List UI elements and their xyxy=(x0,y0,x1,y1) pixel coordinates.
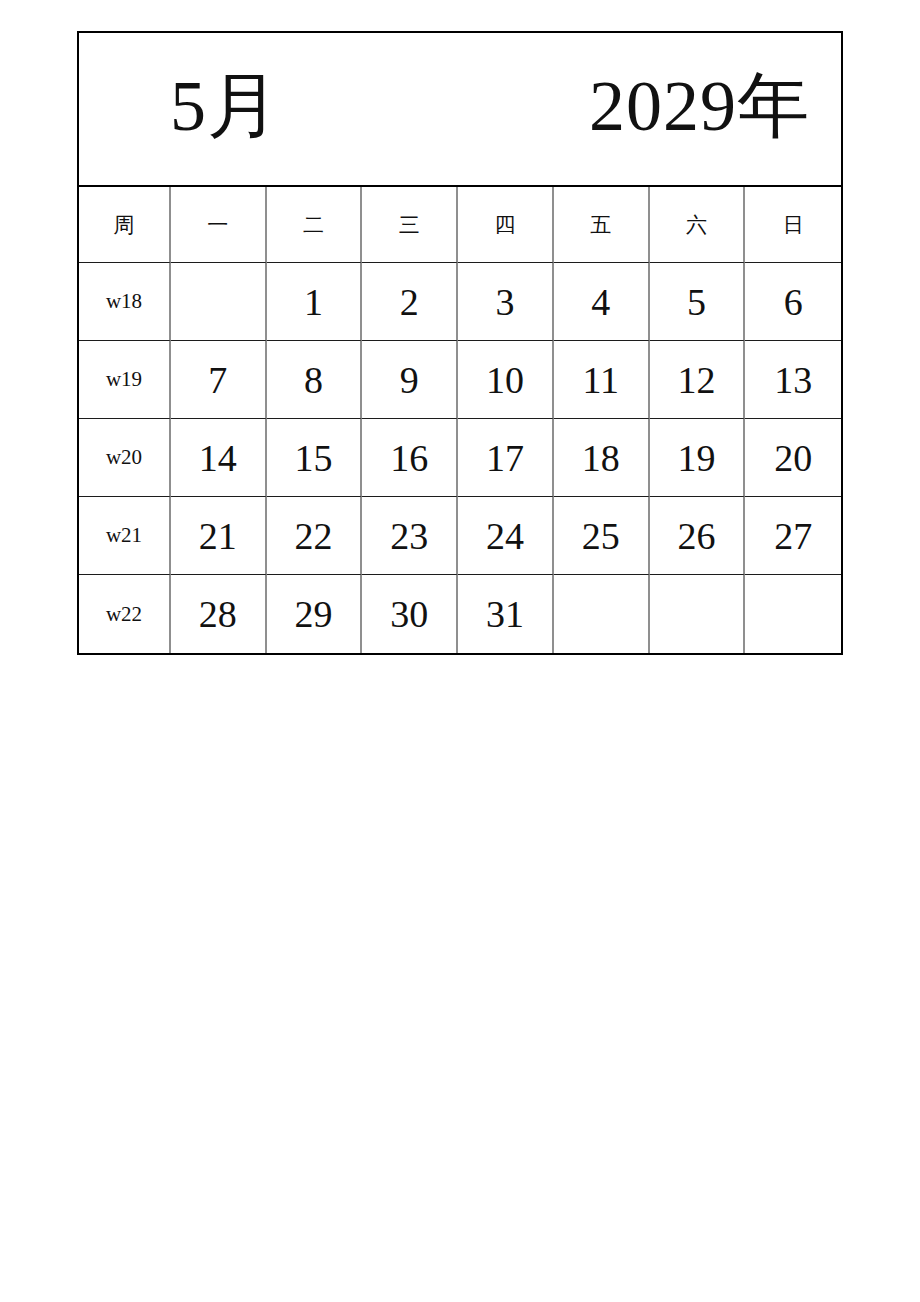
day-cell: 25 xyxy=(554,497,650,575)
day-cell: 5 xyxy=(650,263,746,341)
day-cell: 21 xyxy=(171,497,267,575)
day-cell: 1 xyxy=(267,263,363,341)
day-cell: 16 xyxy=(362,419,458,497)
day-cell: 22 xyxy=(267,497,363,575)
day-cell: 7 xyxy=(171,341,267,419)
week-label-w20: w20 xyxy=(79,419,171,497)
weekday-header-mon: 一 xyxy=(171,187,267,263)
month-title: 5月 xyxy=(170,70,280,142)
day-cell: 20 xyxy=(745,419,841,497)
weekday-header-sun: 日 xyxy=(745,187,841,263)
day-cell: 4 xyxy=(554,263,650,341)
day-cell xyxy=(745,575,841,653)
day-cell: 19 xyxy=(650,419,746,497)
day-cell: 11 xyxy=(554,341,650,419)
day-cell: 24 xyxy=(458,497,554,575)
day-cell: 27 xyxy=(745,497,841,575)
week-label-w21: w21 xyxy=(79,497,171,575)
day-cell: 6 xyxy=(745,263,841,341)
calendar-title-bar: 5月 2029年 xyxy=(77,31,843,187)
day-cell: 12 xyxy=(650,341,746,419)
weekday-header-wed: 三 xyxy=(362,187,458,263)
day-cell: 31 xyxy=(458,575,554,653)
day-cell: 13 xyxy=(745,341,841,419)
calendar-grid: 周 一 二 三 四 五 六 日 w18 1 2 3 4 5 6 w19 7 8 … xyxy=(77,187,843,655)
day-cell: 23 xyxy=(362,497,458,575)
day-cell xyxy=(650,575,746,653)
day-cell: 2 xyxy=(362,263,458,341)
day-cell: 29 xyxy=(267,575,363,653)
day-cell xyxy=(171,263,267,341)
weekday-header-week: 周 xyxy=(79,187,171,263)
weekday-header-tue: 二 xyxy=(267,187,363,263)
weekday-header-sat: 六 xyxy=(650,187,746,263)
day-cell: 3 xyxy=(458,263,554,341)
day-cell xyxy=(554,575,650,653)
weekday-header-fri: 五 xyxy=(554,187,650,263)
day-cell: 28 xyxy=(171,575,267,653)
day-cell: 30 xyxy=(362,575,458,653)
day-cell: 8 xyxy=(267,341,363,419)
year-title: 2029年 xyxy=(589,70,810,142)
day-cell: 18 xyxy=(554,419,650,497)
day-cell: 15 xyxy=(267,419,363,497)
day-cell: 14 xyxy=(171,419,267,497)
calendar-page: 5月 2029年 周 一 二 三 四 五 六 日 w18 1 2 3 4 5 6… xyxy=(77,31,843,655)
week-label-w22: w22 xyxy=(79,575,171,653)
day-cell: 10 xyxy=(458,341,554,419)
week-label-w19: w19 xyxy=(79,341,171,419)
day-cell: 26 xyxy=(650,497,746,575)
day-cell: 17 xyxy=(458,419,554,497)
weekday-header-thu: 四 xyxy=(458,187,554,263)
week-label-w18: w18 xyxy=(79,263,171,341)
day-cell: 9 xyxy=(362,341,458,419)
